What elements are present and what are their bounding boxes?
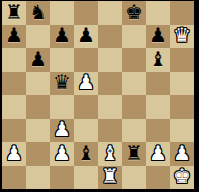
square-e5[interactable] <box>98 72 122 96</box>
square-f2[interactable]: ♜ <box>122 142 146 166</box>
square-e2[interactable]: ♝ <box>98 142 122 166</box>
black-pawn[interactable]: ♟ <box>29 49 47 69</box>
square-g1[interactable] <box>146 166 170 190</box>
square-f7[interactable] <box>122 25 146 49</box>
square-e6[interactable] <box>98 48 122 72</box>
square-g6[interactable]: ♝ <box>146 48 170 72</box>
black-king[interactable]: ♚ <box>125 2 143 22</box>
square-f8[interactable]: ♚ <box>122 1 146 25</box>
white-pawn[interactable]: ♟ <box>53 143 71 163</box>
white-pawn[interactable]: ♟ <box>149 143 167 163</box>
square-c6[interactable] <box>50 48 74 72</box>
square-a6[interactable] <box>2 48 26 72</box>
square-a8[interactable]: ♜ <box>2 1 26 25</box>
square-g5[interactable] <box>146 72 170 96</box>
page-right-margin <box>199 0 207 192</box>
black-knight[interactable]: ♞ <box>29 2 47 22</box>
square-b8[interactable]: ♞ <box>26 1 50 25</box>
chess-board-frame: ♜♞♚♟♟♟♟♛♟♝♛♟♟♟♟♝♝♜♟♟♜♚ <box>0 0 199 192</box>
square-a5[interactable] <box>2 72 26 96</box>
square-c8[interactable] <box>50 1 74 25</box>
square-f4[interactable] <box>122 95 146 119</box>
square-f3[interactable] <box>122 119 146 143</box>
square-a2[interactable]: ♟ <box>2 142 26 166</box>
black-pawn[interactable]: ♟ <box>149 25 167 45</box>
square-f1[interactable] <box>122 166 146 190</box>
black-pawn[interactable]: ♟ <box>53 25 71 45</box>
square-a4[interactable] <box>2 95 26 119</box>
square-h3[interactable] <box>170 119 194 143</box>
square-b6[interactable]: ♟ <box>26 48 50 72</box>
square-d2[interactable]: ♝ <box>74 142 98 166</box>
square-d8[interactable] <box>74 1 98 25</box>
square-a1[interactable] <box>2 166 26 190</box>
white-queen[interactable]: ♛ <box>173 25 191 45</box>
square-c4[interactable] <box>50 95 74 119</box>
square-a7[interactable]: ♟ <box>2 25 26 49</box>
square-h8[interactable] <box>170 1 194 25</box>
square-h5[interactable] <box>170 72 194 96</box>
square-h7[interactable]: ♛ <box>170 25 194 49</box>
square-d7[interactable]: ♟ <box>74 25 98 49</box>
square-g2[interactable]: ♟ <box>146 142 170 166</box>
white-rook[interactable]: ♜ <box>101 166 119 186</box>
square-e8[interactable] <box>98 1 122 25</box>
black-bishop[interactable]: ♝ <box>77 143 95 163</box>
square-g3[interactable] <box>146 119 170 143</box>
square-d3[interactable] <box>74 119 98 143</box>
square-g4[interactable] <box>146 95 170 119</box>
black-pawn[interactable]: ♟ <box>5 25 23 45</box>
white-pawn[interactable]: ♟ <box>53 119 71 139</box>
square-b7[interactable] <box>26 25 50 49</box>
square-e7[interactable] <box>98 25 122 49</box>
square-d1[interactable] <box>74 166 98 190</box>
square-b1[interactable] <box>26 166 50 190</box>
square-b2[interactable] <box>26 142 50 166</box>
square-d4[interactable] <box>74 95 98 119</box>
square-g8[interactable] <box>146 1 170 25</box>
square-c3[interactable]: ♟ <box>50 119 74 143</box>
square-h2[interactable]: ♟ <box>170 142 194 166</box>
square-c2[interactable]: ♟ <box>50 142 74 166</box>
square-e1[interactable]: ♜ <box>98 166 122 190</box>
square-f5[interactable] <box>122 72 146 96</box>
white-pawn[interactable]: ♟ <box>77 72 95 92</box>
white-pawn[interactable]: ♟ <box>5 143 23 163</box>
black-bishop[interactable]: ♝ <box>149 49 167 69</box>
square-b4[interactable] <box>26 95 50 119</box>
square-c1[interactable] <box>50 166 74 190</box>
square-h6[interactable] <box>170 48 194 72</box>
square-b3[interactable] <box>26 119 50 143</box>
square-a3[interactable] <box>2 119 26 143</box>
black-queen[interactable]: ♛ <box>53 72 71 92</box>
square-d5[interactable]: ♟ <box>74 72 98 96</box>
square-b5[interactable] <box>26 72 50 96</box>
white-pawn[interactable]: ♟ <box>173 143 191 163</box>
black-rook[interactable]: ♜ <box>5 2 23 22</box>
square-e4[interactable] <box>98 95 122 119</box>
square-f6[interactable] <box>122 48 146 72</box>
chess-board: ♜♞♚♟♟♟♟♛♟♝♛♟♟♟♟♝♝♜♟♟♜♚ <box>2 1 194 189</box>
square-h1[interactable]: ♚ <box>170 166 194 190</box>
square-e3[interactable] <box>98 119 122 143</box>
square-h4[interactable] <box>170 95 194 119</box>
black-rook[interactable]: ♜ <box>125 143 143 163</box>
square-c7[interactable]: ♟ <box>50 25 74 49</box>
black-pawn[interactable]: ♟ <box>77 25 95 45</box>
white-bishop[interactable]: ♝ <box>101 143 119 163</box>
square-d6[interactable] <box>74 48 98 72</box>
white-king[interactable]: ♚ <box>173 166 191 186</box>
square-c5[interactable]: ♛ <box>50 72 74 96</box>
square-g7[interactable]: ♟ <box>146 25 170 49</box>
